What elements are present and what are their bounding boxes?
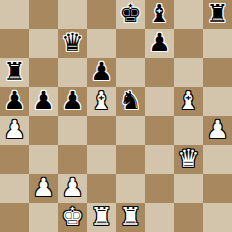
square-h8[interactable]: ♜ <box>203 0 232 29</box>
black-queen[interactable]: ♛ <box>61 28 83 57</box>
white-pawn[interactable]: ♟ <box>3 115 25 144</box>
square-c7[interactable]: ♛ <box>58 29 87 58</box>
square-h3[interactable] <box>203 145 232 174</box>
square-d3[interactable] <box>87 145 116 174</box>
square-a6[interactable]: ♜ <box>0 58 29 87</box>
square-g7[interactable] <box>174 29 203 58</box>
black-pawn[interactable]: ♟ <box>90 57 112 86</box>
square-c6[interactable] <box>58 58 87 87</box>
white-king[interactable]: ♚ <box>61 202 83 231</box>
square-a3[interactable] <box>0 145 29 174</box>
square-h5[interactable] <box>203 87 232 116</box>
square-f6[interactable] <box>145 58 174 87</box>
square-d7[interactable] <box>87 29 116 58</box>
square-g6[interactable] <box>174 58 203 87</box>
white-pawn[interactable]: ♟ <box>32 173 54 202</box>
square-e4[interactable] <box>116 116 145 145</box>
black-knight[interactable]: ♞ <box>119 86 141 115</box>
square-e1[interactable]: ♜ <box>116 203 145 232</box>
square-f4[interactable] <box>145 116 174 145</box>
square-e2[interactable] <box>116 174 145 203</box>
square-f5[interactable] <box>145 87 174 116</box>
square-b7[interactable] <box>29 29 58 58</box>
square-d6[interactable]: ♟ <box>87 58 116 87</box>
square-c3[interactable] <box>58 145 87 174</box>
square-c2[interactable]: ♟ <box>58 174 87 203</box>
square-a4[interactable]: ♟ <box>0 116 29 145</box>
square-d4[interactable] <box>87 116 116 145</box>
black-bishop[interactable]: ♝ <box>148 0 170 28</box>
square-h6[interactable] <box>203 58 232 87</box>
square-g3[interactable]: ♛ <box>174 145 203 174</box>
square-d5[interactable]: ♝ <box>87 87 116 116</box>
square-f8[interactable]: ♝ <box>145 0 174 29</box>
square-d1[interactable]: ♜ <box>87 203 116 232</box>
square-a1[interactable] <box>0 203 29 232</box>
square-f1[interactable] <box>145 203 174 232</box>
square-e8[interactable]: ♚ <box>116 0 145 29</box>
black-king[interactable]: ♚ <box>119 0 141 28</box>
square-h1[interactable] <box>203 203 232 232</box>
square-f2[interactable] <box>145 174 174 203</box>
square-g2[interactable] <box>174 174 203 203</box>
square-a8[interactable] <box>0 0 29 29</box>
square-e5[interactable]: ♞ <box>116 87 145 116</box>
white-rook[interactable]: ♜ <box>119 202 141 231</box>
square-b6[interactable] <box>29 58 58 87</box>
square-c5[interactable]: ♟ <box>58 87 87 116</box>
square-e6[interactable] <box>116 58 145 87</box>
square-f7[interactable]: ♟ <box>145 29 174 58</box>
chess-board: ♚♝♜♛♟♜♟♟♟♟♝♞♝♟♟♛♟♟♚♜♜ <box>0 0 232 232</box>
square-h7[interactable] <box>203 29 232 58</box>
square-b5[interactable]: ♟ <box>29 87 58 116</box>
square-f3[interactable] <box>145 145 174 174</box>
square-b8[interactable] <box>29 0 58 29</box>
black-pawn[interactable]: ♟ <box>3 86 25 115</box>
square-h4[interactable]: ♟ <box>203 116 232 145</box>
white-pawn[interactable]: ♟ <box>206 115 228 144</box>
white-rook[interactable]: ♜ <box>90 202 112 231</box>
square-b4[interactable] <box>29 116 58 145</box>
square-g5[interactable]: ♝ <box>174 87 203 116</box>
square-c4[interactable] <box>58 116 87 145</box>
square-h2[interactable] <box>203 174 232 203</box>
square-g1[interactable] <box>174 203 203 232</box>
square-a7[interactable] <box>0 29 29 58</box>
black-rook[interactable]: ♜ <box>3 57 25 86</box>
square-c8[interactable] <box>58 0 87 29</box>
white-pawn[interactable]: ♟ <box>61 173 83 202</box>
square-b1[interactable] <box>29 203 58 232</box>
square-a5[interactable]: ♟ <box>0 87 29 116</box>
white-queen[interactable]: ♛ <box>177 144 199 173</box>
square-c1[interactable]: ♚ <box>58 203 87 232</box>
black-rook[interactable]: ♜ <box>206 0 228 28</box>
square-e7[interactable] <box>116 29 145 58</box>
white-bishop[interactable]: ♝ <box>90 86 112 115</box>
square-g4[interactable] <box>174 116 203 145</box>
square-d2[interactable] <box>87 174 116 203</box>
square-b3[interactable] <box>29 145 58 174</box>
square-b2[interactable]: ♟ <box>29 174 58 203</box>
square-d8[interactable] <box>87 0 116 29</box>
black-pawn[interactable]: ♟ <box>61 86 83 115</box>
square-g8[interactable] <box>174 0 203 29</box>
square-a2[interactable] <box>0 174 29 203</box>
square-e3[interactable] <box>116 145 145 174</box>
black-pawn[interactable]: ♟ <box>148 28 170 57</box>
black-pawn[interactable]: ♟ <box>32 86 54 115</box>
white-bishop[interactable]: ♝ <box>177 86 199 115</box>
